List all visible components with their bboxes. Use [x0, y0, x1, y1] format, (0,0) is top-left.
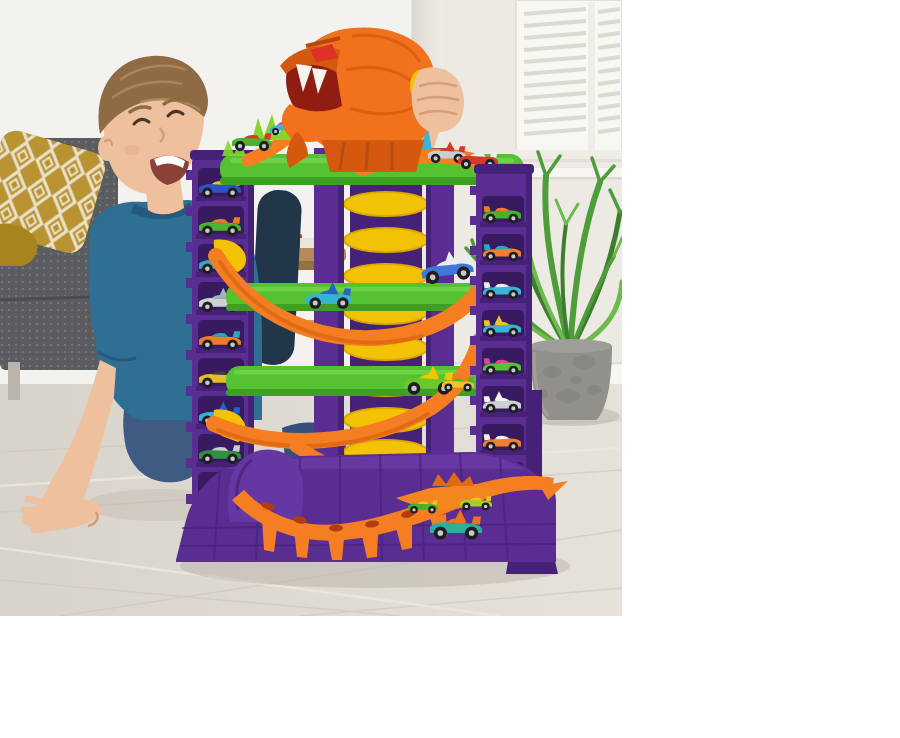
sofa-leg: [8, 362, 20, 400]
plant-pot: [530, 339, 612, 420]
cars-layer-left: [199, 179, 241, 502]
scene-illustration: [0, 0, 622, 616]
cheek: [124, 145, 140, 155]
page: [0, 0, 900, 738]
ear: [98, 135, 116, 161]
window-shutters: [514, 0, 622, 162]
product-photo: [0, 0, 622, 616]
head-collar: [322, 140, 424, 172]
white-box: [300, 238, 314, 249]
